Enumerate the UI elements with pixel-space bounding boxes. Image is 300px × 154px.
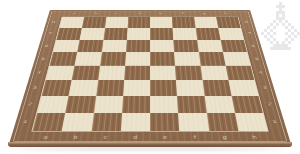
square-g7 <box>195 28 220 40</box>
square-h6 <box>220 40 247 53</box>
square-h7 <box>218 28 244 40</box>
square-g5 <box>198 52 225 65</box>
square-f6 <box>173 40 198 53</box>
rank-label-3: 3 <box>254 80 276 96</box>
square-e1 <box>150 113 179 131</box>
square-f4 <box>175 66 202 80</box>
square-g2 <box>204 96 234 113</box>
file-coordinates-top: abcdefgh <box>63 11 238 16</box>
square-f8 <box>172 17 195 28</box>
square-d3 <box>123 80 150 96</box>
file-label-e: e <box>150 11 172 16</box>
square-g8 <box>194 17 218 28</box>
square-a8 <box>59 17 84 28</box>
square-f1 <box>178 113 209 131</box>
square-f5 <box>174 52 200 65</box>
square-b8 <box>82 17 106 28</box>
square-a1 <box>32 113 65 131</box>
square-c2 <box>94 96 123 113</box>
square-a6 <box>53 40 80 53</box>
rank-label-2: 2 <box>258 96 281 113</box>
square-b4 <box>72 66 100 80</box>
rank-label-1: 1 <box>263 113 287 131</box>
square-d4 <box>124 66 150 80</box>
square-d7 <box>127 28 150 40</box>
chess-board: abcdefgh abcdefgh 87654321 87654321 <box>9 10 291 144</box>
board-scene: abcdefgh abcdefgh 87654321 87654321 <box>0 0 300 154</box>
board-squares <box>32 17 267 131</box>
square-e7 <box>150 28 173 40</box>
square-a5 <box>50 52 78 65</box>
product-photo-empty-chessboard: abcdefgh abcdefgh 87654321 87654321 <box>0 0 300 154</box>
square-f3 <box>176 80 204 96</box>
board-shadow <box>14 147 286 150</box>
file-coordinates-bottom: abcdefgh <box>30 133 271 142</box>
square-e6 <box>150 40 174 53</box>
square-d2 <box>122 96 150 113</box>
square-h3 <box>228 80 258 96</box>
square-h4 <box>225 66 254 80</box>
file-label-e: e <box>150 133 180 142</box>
square-f7 <box>173 28 197 40</box>
square-g1 <box>206 113 238 131</box>
file-label-d: d <box>120 133 150 142</box>
square-b3 <box>69 80 98 96</box>
square-c1 <box>91 113 122 131</box>
square-a2 <box>37 96 69 113</box>
square-c6 <box>102 40 127 53</box>
file-label-a: a <box>63 11 86 16</box>
file-label-c: c <box>90 133 121 142</box>
square-b7 <box>80 28 105 40</box>
square-b2 <box>65 96 95 113</box>
file-label-h: h <box>215 11 238 16</box>
square-b5 <box>75 52 102 65</box>
file-label-g: g <box>193 11 215 16</box>
square-c8 <box>105 17 128 28</box>
square-a3 <box>42 80 72 96</box>
square-h5 <box>223 52 251 65</box>
file-label-d: d <box>128 11 150 16</box>
square-e4 <box>150 66 176 80</box>
file-label-b: b <box>60 133 91 142</box>
rank-label-7: 7 <box>241 28 260 40</box>
pixel-chess-piece-watermark-logo <box>261 2 300 50</box>
square-c5 <box>100 52 126 65</box>
square-b1 <box>62 113 94 131</box>
square-g3 <box>202 80 231 96</box>
square-a4 <box>46 66 75 80</box>
file-label-b: b <box>84 11 106 16</box>
file-label-c: c <box>106 11 128 16</box>
square-e5 <box>150 52 175 65</box>
rank-label-4: 4 <box>250 66 271 80</box>
file-label-f: f <box>172 11 194 16</box>
rank-label-5: 5 <box>247 52 267 65</box>
file-label-a: a <box>30 133 62 142</box>
square-b6 <box>77 40 103 53</box>
rank-label-8: 8 <box>238 17 256 28</box>
square-c3 <box>96 80 124 96</box>
square-e3 <box>150 80 177 96</box>
square-h8 <box>216 17 241 28</box>
square-a7 <box>56 28 82 40</box>
square-c4 <box>98 66 125 80</box>
square-e2 <box>150 96 178 113</box>
square-d6 <box>126 40 150 53</box>
rank-label-5: 5 <box>33 52 53 65</box>
file-label-g: g <box>209 133 240 142</box>
file-label-h: h <box>239 133 271 142</box>
square-c7 <box>103 28 127 40</box>
square-d5 <box>125 52 150 65</box>
square-e8 <box>150 17 173 28</box>
square-d8 <box>127 17 150 28</box>
square-d1 <box>121 113 150 131</box>
square-f2 <box>177 96 206 113</box>
square-g4 <box>200 66 228 80</box>
rank-label-7: 7 <box>41 28 60 40</box>
rank-label-6: 6 <box>37 40 56 53</box>
rank-label-8: 8 <box>44 17 62 28</box>
square-g6 <box>197 40 223 53</box>
file-label-f: f <box>180 133 211 142</box>
